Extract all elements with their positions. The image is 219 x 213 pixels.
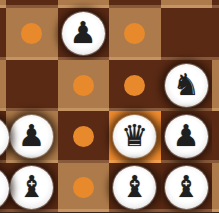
board-cell[interactable]: ♝: [6, 163, 58, 213]
board-cell[interactable]: ♟: [161, 111, 213, 163]
board-cell[interactable]: [109, 0, 161, 8]
board-cell[interactable]: [58, 111, 110, 163]
move-hint-dot[interactable]: [73, 177, 94, 198]
pawn-piece-tile[interactable]: ♟: [10, 115, 53, 158]
move-hint-dot[interactable]: [124, 23, 145, 44]
board-cell[interactable]: ♝: [161, 163, 213, 213]
clipped-piece-icon: ♟: [0, 115, 1, 158]
board-cell[interactable]: [58, 60, 110, 112]
bishop-piece-tile[interactable]: ♝: [113, 166, 156, 209]
clipped-piece-icon: ♟: [0, 166, 1, 209]
board-cell[interactable]: ♟: [6, 111, 58, 163]
queen-icon: ♛: [121, 114, 148, 157]
board-cell[interactable]: [161, 8, 213, 60]
board-cell[interactable]: [161, 0, 213, 8]
bishop-icon: ♝: [121, 165, 148, 208]
chess-board-screenshot: ♟♞♟♛♟♝♝♝ ♟♟: [0, 0, 219, 212]
bishop-piece-tile[interactable]: ♝: [165, 166, 208, 209]
move-hint-dot[interactable]: [73, 126, 94, 147]
move-hint-dot[interactable]: [73, 75, 94, 96]
queen-piece-tile[interactable]: ♛: [113, 115, 156, 158]
pawn-piece-tile[interactable]: ♟: [165, 115, 208, 158]
board-cell[interactable]: ♟: [58, 8, 110, 60]
board-cell[interactable]: [58, 0, 110, 8]
board-cell[interactable]: [212, 111, 219, 163]
move-hint-dot[interactable]: [124, 75, 145, 96]
pawn-icon: ♟: [173, 114, 200, 157]
move-hint-dot[interactable]: [21, 23, 42, 44]
board-cell[interactable]: [109, 60, 161, 112]
board-cell[interactable]: [212, 60, 219, 112]
selected-square[interactable]: ♛: [109, 111, 161, 163]
chess-board: ♟♞♟♛♟♝♝♝: [0, 0, 219, 212]
pawn-icon: ♟: [18, 114, 45, 157]
board-cell[interactable]: ♞: [161, 60, 213, 112]
knight-icon: ♞: [173, 63, 200, 106]
board-cell[interactable]: [212, 0, 219, 8]
pawn-piece-tile[interactable]: ♟: [62, 12, 105, 55]
bishop-piece-tile[interactable]: ♝: [10, 166, 53, 209]
pawn-icon: ♟: [70, 11, 97, 54]
bishop-icon: ♝: [18, 165, 45, 208]
board-cell[interactable]: [6, 60, 58, 112]
board-cell[interactable]: [58, 163, 110, 213]
board-cell[interactable]: ♝: [109, 163, 161, 213]
board-cell[interactable]: [212, 8, 219, 60]
bishop-icon: ♝: [173, 165, 200, 208]
knight-piece-tile[interactable]: ♞: [165, 64, 208, 107]
board-cell[interactable]: [109, 8, 161, 60]
board-cell[interactable]: [6, 8, 58, 60]
board-cell[interactable]: [212, 163, 219, 213]
board-cell[interactable]: [6, 0, 58, 8]
